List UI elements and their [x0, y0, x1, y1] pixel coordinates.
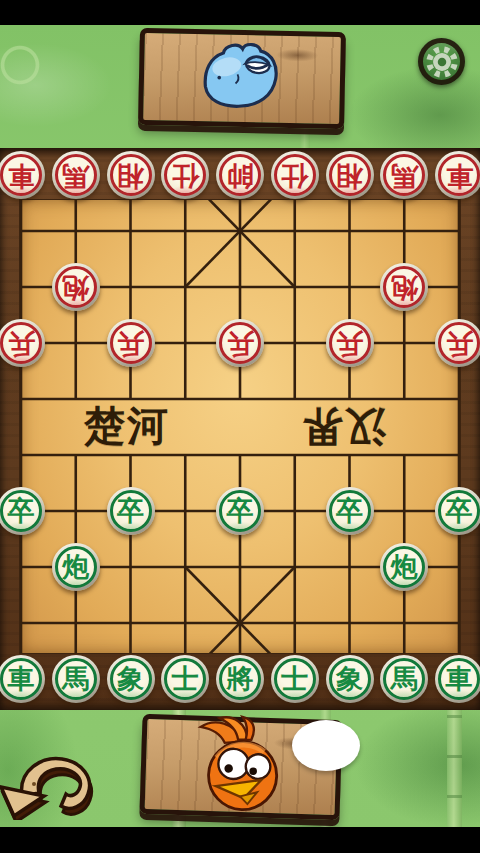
piece-green-soldier[interactable]: 卒 — [435, 487, 480, 535]
piece-face: 兵 — [219, 322, 261, 364]
piece-face: 車 — [0, 658, 42, 700]
piece-character: 象 — [117, 666, 144, 693]
piece-red-elephant[interactable]: 相 — [107, 151, 155, 199]
piece-face: 卒 — [438, 490, 480, 532]
piece-face: 相 — [110, 154, 152, 196]
piece-character: 炮 — [62, 274, 89, 301]
piece-character: 馬 — [391, 162, 418, 189]
piece-character: 象 — [336, 666, 363, 693]
piece-face: 炮 — [55, 266, 97, 308]
piece-face: 炮 — [383, 266, 425, 308]
piece-character: 兵 — [117, 330, 144, 357]
piece-face: 馬 — [55, 154, 97, 196]
piece-character: 車 — [8, 666, 35, 693]
piece-character: 卒 — [336, 498, 363, 525]
piece-green-general[interactable]: 將 — [216, 655, 264, 703]
piece-character: 相 — [117, 162, 144, 189]
piece-face: 卒 — [219, 490, 261, 532]
piece-face: 卒 — [329, 490, 371, 532]
piece-face: 仕 — [164, 154, 206, 196]
piece-face: 馬 — [383, 154, 425, 196]
piece-green-elephant[interactable]: 象 — [107, 655, 155, 703]
piece-character: 帥 — [227, 162, 254, 189]
piece-character: 炮 — [62, 554, 89, 581]
piece-green-horse[interactable]: 馬 — [380, 655, 428, 703]
piece-red-chariot[interactable]: 車 — [435, 151, 480, 199]
piece-green-soldier[interactable]: 卒 — [326, 487, 374, 535]
piece-red-elephant[interactable]: 相 — [326, 151, 374, 199]
piece-face: 象 — [329, 658, 371, 700]
status-bar-bottom — [0, 827, 480, 853]
piece-red-general[interactable]: 帥 — [216, 151, 264, 199]
piece-green-advisor[interactable]: 士 — [161, 655, 209, 703]
piece-red-horse[interactable]: 馬 — [52, 151, 100, 199]
piece-green-horse[interactable]: 馬 — [52, 655, 100, 703]
piece-face: 兵 — [110, 322, 152, 364]
piece-green-soldier[interactable]: 卒 — [216, 487, 264, 535]
piece-face: 仕 — [274, 154, 316, 196]
piece-face: 炮 — [55, 546, 97, 588]
settings-button[interactable] — [418, 38, 465, 85]
piece-face: 將 — [219, 658, 261, 700]
board-grid — [0, 148, 480, 710]
piece-face: 象 — [110, 658, 152, 700]
piece-character: 炮 — [391, 274, 418, 301]
piece-red-horse[interactable]: 馬 — [380, 151, 428, 199]
undo-button[interactable] — [0, 746, 102, 820]
piece-face: 兵 — [438, 322, 480, 364]
piece-character: 兵 — [336, 330, 363, 357]
app-screen: 楚河 汉界 車馬相仕帥仕相馬車炮炮兵兵兵兵兵卒卒卒卒卒炮炮車馬象士將士象馬車 — [0, 0, 480, 853]
piece-face: 馬 — [383, 658, 425, 700]
piece-character: 兵 — [8, 330, 35, 357]
player-avatar-orange-bird-icon — [181, 713, 300, 821]
piece-face: 兵 — [329, 322, 371, 364]
status-bar-top — [0, 0, 480, 25]
opponent-avatar-blue-blob-icon — [189, 36, 295, 120]
piece-character: 士 — [172, 666, 199, 693]
piece-red-soldier[interactable]: 兵 — [216, 319, 264, 367]
piece-character: 車 — [446, 162, 473, 189]
piece-character: 馬 — [391, 666, 418, 693]
piece-red-soldier[interactable]: 兵 — [107, 319, 155, 367]
piece-green-elephant[interactable]: 象 — [326, 655, 374, 703]
piece-face: 卒 — [0, 490, 42, 532]
piece-character: 卒 — [117, 498, 144, 525]
piece-character: 兵 — [446, 330, 473, 357]
piece-character: 兵 — [227, 330, 254, 357]
piece-green-advisor[interactable]: 士 — [271, 655, 319, 703]
piece-green-soldier[interactable]: 卒 — [107, 487, 155, 535]
gear-icon — [425, 45, 459, 79]
piece-character: 馬 — [62, 666, 89, 693]
piece-red-advisor[interactable]: 仕 — [161, 151, 209, 199]
piece-red-cannon[interactable]: 炮 — [52, 263, 100, 311]
piece-character: 炮 — [391, 554, 418, 581]
piece-face: 炮 — [383, 546, 425, 588]
piece-face: 車 — [0, 154, 42, 196]
piece-green-chariot[interactable]: 車 — [435, 655, 480, 703]
piece-face: 兵 — [0, 322, 42, 364]
piece-character: 相 — [336, 162, 363, 189]
piece-red-soldier[interactable]: 兵 — [326, 319, 374, 367]
piece-face: 相 — [329, 154, 371, 196]
piece-character: 卒 — [446, 498, 473, 525]
piece-face: 帥 — [219, 154, 261, 196]
piece-character: 士 — [281, 666, 308, 693]
speech-bubble — [292, 720, 360, 771]
undo-arrow-icon — [0, 746, 102, 820]
xiangqi-board[interactable]: 楚河 汉界 車馬相仕帥仕相馬車炮炮兵兵兵兵兵卒卒卒卒卒炮炮車馬象士將士象馬車 — [0, 148, 480, 710]
piece-face: 卒 — [110, 490, 152, 532]
piece-face: 車 — [438, 658, 480, 700]
piece-character: 卒 — [227, 498, 254, 525]
piece-face: 馬 — [55, 658, 97, 700]
piece-green-cannon[interactable]: 炮 — [52, 543, 100, 591]
opponent-sign — [138, 28, 346, 129]
piece-face: 士 — [164, 658, 206, 700]
piece-character: 將 — [227, 666, 254, 693]
piece-character: 馬 — [62, 162, 89, 189]
river-label-left: 楚河 — [84, 406, 170, 447]
piece-red-cannon[interactable]: 炮 — [380, 263, 428, 311]
river-label-right: 汉界 — [300, 406, 386, 447]
piece-green-cannon[interactable]: 炮 — [380, 543, 428, 591]
piece-character: 車 — [446, 666, 473, 693]
piece-face: 士 — [274, 658, 316, 700]
piece-character: 車 — [8, 162, 35, 189]
piece-character: 卒 — [8, 498, 35, 525]
piece-face: 車 — [438, 154, 480, 196]
piece-red-soldier[interactable]: 兵 — [435, 319, 480, 367]
piece-red-advisor[interactable]: 仕 — [271, 151, 319, 199]
piece-character: 仕 — [281, 162, 308, 189]
piece-character: 仕 — [172, 162, 199, 189]
